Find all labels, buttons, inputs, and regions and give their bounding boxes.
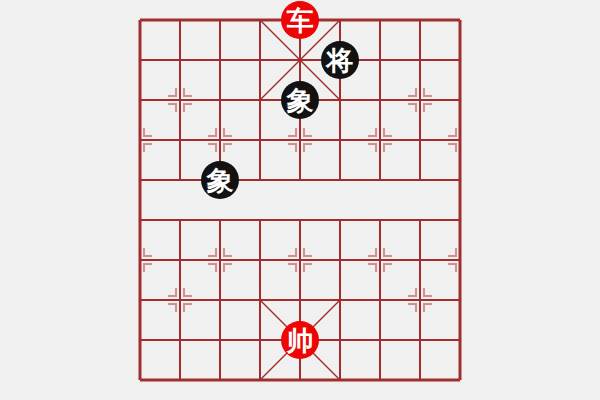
piece-red-chariot[interactable]: 车	[281, 1, 319, 39]
piece-black-general[interactable]: 将	[321, 41, 359, 79]
piece-black-elephant-1[interactable]: 象	[281, 81, 319, 119]
xiangqi-board[interactable]: 车将象象帅	[137, 17, 463, 383]
piece-black-elephant-2[interactable]: 象	[201, 161, 239, 199]
piece-grid[interactable]: 车将象象帅	[120, 0, 480, 400]
screen: 车将象象帅	[0, 0, 600, 400]
piece-red-general[interactable]: 帅	[281, 321, 319, 359]
